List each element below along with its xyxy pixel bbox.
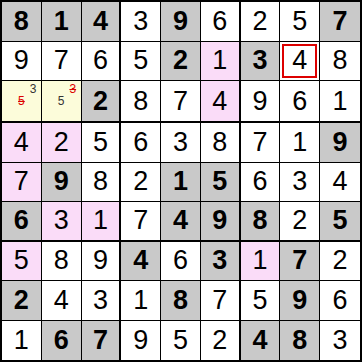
cell-r8c8[interactable]: 9 xyxy=(280,281,320,321)
cell-r7c1[interactable]: 5 xyxy=(2,242,42,282)
cell-value: 9 xyxy=(173,8,188,35)
cell-r2c2[interactable]: 7 xyxy=(42,42,82,82)
cell-value: 3 xyxy=(173,129,188,156)
cell-r2c1[interactable]: 9 xyxy=(2,42,42,82)
candidate-3: 3 xyxy=(30,83,37,95)
cell-r5c5[interactable]: 1 xyxy=(161,163,201,203)
cell-r3c6[interactable]: 4 xyxy=(201,81,241,123)
cell-value: 2 xyxy=(173,47,188,74)
cell-value: 8 xyxy=(212,129,227,156)
cell-r1c5[interactable]: 9 xyxy=(161,2,201,42)
cell-value: 6 xyxy=(333,287,348,314)
cell-r8c4[interactable]: 1 xyxy=(121,281,161,321)
cell-r9c8[interactable]: 8 xyxy=(280,321,320,361)
cell-value: 7 xyxy=(292,247,307,274)
cell-value: 4 xyxy=(54,287,69,314)
cell-r3c9[interactable]: 1 xyxy=(320,81,360,123)
cell-value: 9 xyxy=(14,47,29,74)
cell-r8c9[interactable]: 6 xyxy=(320,281,360,321)
cell-value: 6 xyxy=(93,47,108,74)
cell-value: 5 xyxy=(93,129,108,156)
cell-value: 7 xyxy=(14,168,29,195)
cell-r7c2[interactable]: 8 xyxy=(42,242,82,282)
cell-value: 3 xyxy=(253,47,268,74)
cell-value: 2 xyxy=(93,88,108,115)
cell-value: 5 xyxy=(292,8,307,35)
cell-r3c3[interactable]: 2 xyxy=(82,81,122,123)
cell-value: 9 xyxy=(333,129,348,156)
cell-value: 8 xyxy=(14,8,29,35)
cell-r6c7[interactable]: 8 xyxy=(241,202,281,242)
cell-r7c8[interactable]: 7 xyxy=(280,242,320,282)
sudoku-board: 8143962579765213483535287496142563871979… xyxy=(0,0,362,362)
cell-value: 4 xyxy=(292,47,307,74)
cell-r9c7[interactable]: 4 xyxy=(241,321,281,361)
candidate-5: 5 xyxy=(58,95,65,107)
cell-r9c9[interactable]: 3 xyxy=(320,321,360,361)
cell-value: 3 xyxy=(292,168,307,195)
cell-value: 9 xyxy=(292,287,307,314)
cell-r1c2[interactable]: 1 xyxy=(42,2,82,42)
cell-r1c1[interactable]: 8 xyxy=(2,2,42,42)
cell-value: 6 xyxy=(133,129,148,156)
cell-value: 8 xyxy=(93,168,108,195)
cell-r5c2[interactable]: 9 xyxy=(42,163,82,203)
cell-value: 5 xyxy=(253,287,268,314)
cell-r4c4[interactable]: 6 xyxy=(121,123,161,163)
cell-value: 3 xyxy=(333,327,348,354)
cell-value: 3 xyxy=(93,287,108,314)
cell-r1c3[interactable]: 4 xyxy=(82,2,122,42)
cell-r4c9[interactable]: 9 xyxy=(320,123,360,163)
cell-r4c3[interactable]: 5 xyxy=(82,123,122,163)
cell-value: 8 xyxy=(173,287,188,314)
cell-r6c1[interactable]: 6 xyxy=(2,202,42,242)
cell-r2c4[interactable]: 5 xyxy=(121,42,161,82)
cell-r6c8[interactable]: 2 xyxy=(280,202,320,242)
cell-value: 7 xyxy=(173,88,188,115)
cell-value: 7 xyxy=(212,287,227,314)
cell-value: 5 xyxy=(173,327,188,354)
cell-value: 5 xyxy=(333,207,348,234)
cell-r9c3[interactable]: 7 xyxy=(82,321,122,361)
cell-r2c9[interactable]: 8 xyxy=(320,42,360,82)
cell-value: 5 xyxy=(14,247,29,274)
cell-r9c2[interactable]: 6 xyxy=(42,321,82,361)
cell-value: 9 xyxy=(212,207,227,234)
cell-value: 7 xyxy=(333,8,348,35)
cell-value: 6 xyxy=(292,88,307,115)
cell-r6c6[interactable]: 9 xyxy=(201,202,241,242)
cell-r7c7[interactable]: 1 xyxy=(241,242,281,282)
cell-r4c7[interactable]: 7 xyxy=(241,123,281,163)
cell-value: 1 xyxy=(292,129,307,156)
cell-value: 7 xyxy=(93,327,108,354)
cell-value: 8 xyxy=(333,47,348,74)
cell-value: 6 xyxy=(54,327,69,354)
cell-r5c7[interactable]: 6 xyxy=(241,163,281,203)
cell-value: 1 xyxy=(54,8,69,35)
cell-r8c5[interactable]: 8 xyxy=(161,281,201,321)
cell-value: 9 xyxy=(54,168,69,195)
cell-r1c8[interactable]: 5 xyxy=(280,2,320,42)
cell-r4c8[interactable]: 1 xyxy=(280,123,320,163)
cell-value: 4 xyxy=(133,247,148,274)
cell-r1c4[interactable]: 3 xyxy=(121,2,161,42)
cell-value: 6 xyxy=(173,247,188,274)
cell-r3c7[interactable]: 9 xyxy=(241,81,281,123)
cell-r9c1[interactable]: 1 xyxy=(2,321,42,361)
cell-value: 1 xyxy=(212,47,227,74)
cell-value: 7 xyxy=(253,129,268,156)
cell-r7c5[interactable]: 6 xyxy=(161,242,201,282)
cell-r5c3[interactable]: 8 xyxy=(82,163,122,203)
cell-value: 6 xyxy=(253,168,268,195)
cell-value: 1 xyxy=(173,168,188,195)
cell-r1c9[interactable]: 7 xyxy=(320,2,360,42)
cell-value: 6 xyxy=(14,207,29,234)
cell-value: 1 xyxy=(93,207,108,234)
cell-r2c5[interactable]: 2 xyxy=(161,42,201,82)
cell-value: 3 xyxy=(133,8,148,35)
cell-r6c2[interactable]: 3 xyxy=(42,202,82,242)
cell-r1c7[interactable]: 2 xyxy=(241,2,281,42)
cell-value: 5 xyxy=(133,47,148,74)
cell-r8c3[interactable]: 3 xyxy=(82,281,122,321)
cell-r6c5[interactable]: 4 xyxy=(161,202,201,242)
cell-value: 9 xyxy=(93,247,108,274)
cell-r4c5[interactable]: 3 xyxy=(161,123,201,163)
cell-value: 2 xyxy=(292,207,307,234)
cell-r5c8[interactable]: 3 xyxy=(280,163,320,203)
cell-r5c4[interactable]: 2 xyxy=(121,163,161,203)
cell-value: 3 xyxy=(54,207,69,234)
cell-value: 2 xyxy=(14,287,29,314)
cell-value: 2 xyxy=(333,247,348,274)
cell-r5c9[interactable]: 4 xyxy=(320,163,360,203)
cell-value: 8 xyxy=(133,88,148,115)
cell-value: 4 xyxy=(173,207,188,234)
cell-r7c4[interactable]: 4 xyxy=(121,242,161,282)
cell-r2c8[interactable]: 4 xyxy=(280,42,320,82)
cell-value: 2 xyxy=(133,168,148,195)
cell-r7c6[interactable]: 3 xyxy=(201,242,241,282)
cell-r1c6[interactable]: 6 xyxy=(201,2,241,42)
cell-r6c4[interactable]: 7 xyxy=(121,202,161,242)
cell-value: 4 xyxy=(253,327,268,354)
cell-value: 4 xyxy=(212,88,227,115)
cell-value: 2 xyxy=(212,327,227,354)
cell-value: 8 xyxy=(292,327,307,354)
cell-r4c6[interactable]: 8 xyxy=(201,123,241,163)
cell-value: 9 xyxy=(253,88,268,115)
cell-value: 5 xyxy=(212,168,227,195)
cell-r2c3[interactable]: 6 xyxy=(82,42,122,82)
cell-r6c3[interactable]: 1 xyxy=(82,202,122,242)
cell-value: 6 xyxy=(212,8,227,35)
cell-r8c7[interactable]: 5 xyxy=(241,281,281,321)
cell-value: 8 xyxy=(54,247,69,274)
cell-r8c6[interactable]: 7 xyxy=(201,281,241,321)
cell-value: 1 xyxy=(253,247,268,274)
cell-r4c1[interactable]: 4 xyxy=(2,123,42,163)
cell-value: 2 xyxy=(54,129,69,156)
cell-value: 1 xyxy=(333,88,348,115)
cell-value: 9 xyxy=(133,327,148,354)
candidate-5-eliminated: 5 xyxy=(18,95,25,107)
cell-r3c5[interactable]: 7 xyxy=(161,81,201,123)
cell-r3c8[interactable]: 6 xyxy=(280,81,320,123)
cell-value: 7 xyxy=(133,207,148,234)
cell-r5c6[interactable]: 5 xyxy=(201,163,241,203)
cell-r4c2[interactable]: 2 xyxy=(42,123,82,163)
cell-value: 4 xyxy=(333,168,348,195)
cell-r3c4[interactable]: 8 xyxy=(121,81,161,123)
cell-value: 1 xyxy=(14,327,29,354)
cell-r9c4[interactable]: 9 xyxy=(121,321,161,361)
cell-r7c3[interactable]: 9 xyxy=(82,242,122,282)
cell-r9c5[interactable]: 5 xyxy=(161,321,201,361)
cell-value: 4 xyxy=(14,129,29,156)
cell-r3c1[interactable]: 35 xyxy=(2,81,42,123)
cell-value: 3 xyxy=(212,247,227,274)
cell-r8c2[interactable]: 4 xyxy=(42,281,82,321)
cell-value: 1 xyxy=(133,287,148,314)
cell-r8c1[interactable]: 2 xyxy=(2,281,42,321)
cell-r3c2[interactable]: 35 xyxy=(42,81,82,123)
cell-r5c1[interactable]: 7 xyxy=(2,163,42,203)
cell-value: 7 xyxy=(54,47,69,74)
cell-r6c9[interactable]: 5 xyxy=(320,202,360,242)
cell-r2c7[interactable]: 3 xyxy=(241,42,281,82)
candidate-3-eliminated: 3 xyxy=(69,83,76,95)
cell-value: 8 xyxy=(253,207,268,234)
cell-r9c6[interactable]: 2 xyxy=(201,321,241,361)
cell-value: 2 xyxy=(253,8,268,35)
cell-r2c6[interactable]: 1 xyxy=(201,42,241,82)
cell-r7c9[interactable]: 2 xyxy=(320,242,360,282)
cell-value: 4 xyxy=(93,8,108,35)
